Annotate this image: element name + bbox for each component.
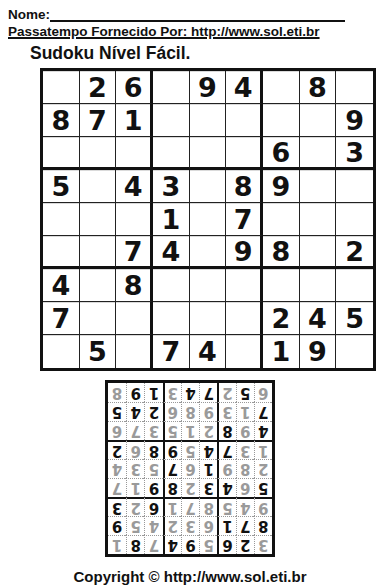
solution-cell: 5	[108, 402, 126, 421]
solution-cell: 5	[236, 383, 254, 402]
solution-cell: 9	[199, 402, 217, 421]
puzzle-cell-given: 8	[263, 236, 300, 269]
solution-cell: 1	[254, 440, 272, 459]
puzzle-cell-given: 8	[300, 71, 337, 104]
puzzle-cell-empty[interactable]	[226, 335, 263, 368]
solution-cell: 4	[199, 440, 217, 459]
solution-cell: 5	[126, 516, 144, 535]
puzzle-cell-empty[interactable]	[263, 269, 300, 302]
solution-cell: 4	[181, 383, 199, 402]
solution-cell: 7	[144, 535, 162, 554]
puzzle-cell-given: 4	[43, 269, 80, 302]
puzzle-cell-empty[interactable]	[190, 203, 227, 236]
solution-cell: 1	[236, 402, 254, 421]
puzzle-cell-empty[interactable]	[43, 137, 80, 170]
puzzle-cell-given: 9	[190, 71, 227, 104]
puzzle-cell-empty[interactable]	[80, 236, 117, 269]
name-blank-line[interactable]	[50, 6, 345, 22]
solution-cell: 3	[108, 497, 126, 516]
puzzle-cell-empty[interactable]	[116, 203, 153, 236]
name-field-row: Nome:	[8, 4, 372, 22]
solution-cell: 2	[144, 402, 162, 421]
puzzle-cell-empty[interactable]	[80, 269, 117, 302]
puzzle-cell-empty[interactable]	[263, 71, 300, 104]
puzzle-cell-empty[interactable]	[190, 236, 227, 269]
solution-cell: 9	[181, 535, 199, 554]
solution-cell: 6	[163, 402, 181, 421]
solution-cell: 7	[108, 478, 126, 497]
puzzle-cell-empty[interactable]	[190, 269, 227, 302]
solution-cell: 8	[181, 402, 199, 421]
solution-section: 3265947818716324599458716235643289172891…	[105, 380, 275, 557]
puzzle-cell-given: 2	[336, 236, 373, 269]
solution-cell: 9	[144, 478, 162, 497]
puzzle-cell-empty[interactable]	[153, 104, 190, 137]
solution-cell: 6	[199, 516, 217, 535]
sudoku-board: 2694887196354389177498248724557419	[40, 68, 376, 371]
solution-cell: 7	[199, 383, 217, 402]
puzzle-cell-empty[interactable]	[153, 269, 190, 302]
solution-cell: 6	[217, 535, 235, 554]
puzzle-cell-empty[interactable]	[116, 302, 153, 335]
solution-cell: 1	[144, 383, 162, 402]
puzzle-cell-given: 9	[263, 170, 300, 203]
puzzle-cell-empty[interactable]	[116, 137, 153, 170]
puzzle-cell-given: 7	[43, 302, 80, 335]
solution-cell: 9	[217, 459, 235, 478]
puzzle-cell-given: 3	[336, 137, 373, 170]
puzzle-cell-given: 3	[153, 170, 190, 203]
solution-cell: 1	[199, 459, 217, 478]
solution-cell: 3	[163, 383, 181, 402]
copyright-line: Copyright © http://www.sol.eti.br	[8, 568, 372, 585]
puzzle-cell-empty[interactable]	[153, 71, 190, 104]
solution-cell: 6	[126, 440, 144, 459]
solution-cell: 7	[254, 402, 272, 421]
puzzle-cell-empty[interactable]	[190, 137, 227, 170]
solution-cell: 3	[181, 516, 199, 535]
solution-cell: 3	[144, 421, 162, 440]
puzzle-cell-empty[interactable]	[300, 269, 337, 302]
puzzle-cell-empty[interactable]	[43, 236, 80, 269]
puzzle-cell-empty[interactable]	[300, 170, 337, 203]
solution-cell: 9	[236, 421, 254, 440]
puzzle-cell-given: 4	[116, 170, 153, 203]
solution-cell: 9	[163, 440, 181, 459]
solution-cell: 5	[254, 478, 272, 497]
solution-cell: 4	[254, 421, 272, 440]
puzzle-cell-empty[interactable]	[43, 335, 80, 368]
puzzle-cell-given: 6	[116, 71, 153, 104]
puzzle-cell-given: 2	[263, 302, 300, 335]
solution-cell: 6	[236, 478, 254, 497]
solution-cell: 2	[199, 421, 217, 440]
puzzle-cell-given: 8	[43, 104, 80, 137]
solution-cell: 7	[236, 516, 254, 535]
solution-cell: 2	[254, 459, 272, 478]
puzzle-cell-given: 1	[263, 335, 300, 368]
solution-cell: 3	[217, 402, 235, 421]
solution-cell: 9	[126, 383, 144, 402]
puzzle-cell-empty[interactable]	[336, 170, 373, 203]
puzzle-cell-given: 4	[226, 71, 263, 104]
puzzle-cell-empty[interactable]	[336, 203, 373, 236]
solution-cell: 6	[144, 497, 162, 516]
puzzle-cell-given: 5	[43, 170, 80, 203]
solution-cell: 5	[199, 535, 217, 554]
solution-cell: 8	[163, 478, 181, 497]
solution-cell: 3	[126, 459, 144, 478]
solution-cell: 1	[217, 516, 235, 535]
puzzle-cell-empty[interactable]	[190, 302, 227, 335]
puzzle-cell-empty[interactable]	[80, 137, 117, 170]
puzzle-cell-given: 9	[226, 236, 263, 269]
solution-cell: 3	[199, 478, 217, 497]
puzzle-cell-given: 6	[263, 137, 300, 170]
solution-cell: 4	[126, 402, 144, 421]
puzzle-cell-empty[interactable]	[80, 170, 117, 203]
puzzle-cell-empty[interactable]	[43, 71, 80, 104]
puzzle-cell-empty[interactable]	[153, 137, 190, 170]
solution-board-upside-down: 3265947818716324599458716235643289172891…	[105, 380, 275, 557]
solution-cell: 3	[254, 535, 272, 554]
puzzle-cell-given: 7	[226, 203, 263, 236]
puzzle-cell-given: 8	[116, 269, 153, 302]
puzzle-cell-empty[interactable]	[190, 104, 227, 137]
puzzle-cell-empty[interactable]	[226, 302, 263, 335]
puzzle-cell-empty[interactable]	[336, 335, 373, 368]
puzzle-cell-given: 7	[116, 236, 153, 269]
solution-cell: 8	[144, 440, 162, 459]
solution-cell: 2	[217, 383, 235, 402]
puzzle-cell-empty[interactable]	[190, 170, 227, 203]
puzzle-cell-empty[interactable]	[43, 203, 80, 236]
puzzle-cell-given: 4	[153, 236, 190, 269]
puzzle-cell-given: 1	[153, 203, 190, 236]
solution-cell: 2	[236, 535, 254, 554]
puzzle-cell-given: 5	[80, 335, 117, 368]
solution-cell: 5	[217, 497, 235, 516]
puzzle-cell-empty[interactable]	[263, 203, 300, 236]
solution-cell: 5	[163, 421, 181, 440]
provider-line: Passatempo Fornecido Por: http://www.sol…	[8, 22, 372, 41]
puzzle-cell-given: 9	[336, 104, 373, 137]
puzzle-cell-empty[interactable]	[336, 269, 373, 302]
solution-cell: 8	[254, 516, 272, 535]
solution-cell: 5	[181, 440, 199, 459]
solution-cell: 4	[217, 478, 235, 497]
name-label: Nome:	[8, 7, 50, 22]
solution-cell: 1	[126, 478, 144, 497]
puzzle-cell-empty[interactable]	[300, 203, 337, 236]
solution-cell: 2	[108, 440, 126, 459]
puzzle-cell-empty[interactable]	[153, 302, 190, 335]
puzzle-cell-given: 4	[190, 335, 227, 368]
page-title: Sudoku Nível Fácil.	[30, 41, 372, 65]
puzzle-cell-empty[interactable]	[80, 302, 117, 335]
solution-cell: 8	[126, 535, 144, 554]
solution-cell: 4	[144, 516, 162, 535]
solution-cell: 4	[236, 497, 254, 516]
puzzle-cell-given: 5	[336, 302, 373, 335]
solution-cell: 8	[199, 497, 217, 516]
puzzle-cell-given: 4	[300, 302, 337, 335]
solution-cell: 5	[144, 459, 162, 478]
solution-cell: 8	[108, 383, 126, 402]
solution-cell: 9	[108, 516, 126, 535]
solution-cell: 2	[181, 478, 199, 497]
puzzle-cell-empty[interactable]	[116, 335, 153, 368]
puzzle-cell-given: 8	[226, 170, 263, 203]
puzzle-cell-empty[interactable]	[226, 269, 263, 302]
solution-cell: 2	[163, 516, 181, 535]
solution-cell: 8	[236, 459, 254, 478]
puzzle-cell-empty[interactable]	[300, 236, 337, 269]
solution-cell: 1	[108, 535, 126, 554]
solution-cell: 7	[181, 497, 199, 516]
puzzle-cell-given: 9	[300, 335, 337, 368]
solution-cell: 3	[236, 440, 254, 459]
solution-cell: 7	[163, 459, 181, 478]
solution-cell: 7	[126, 421, 144, 440]
solution-cell: 9	[254, 497, 272, 516]
puzzle-cell-given: 2	[80, 71, 117, 104]
solution-cell: 4	[108, 459, 126, 478]
puzzle-cell-empty[interactable]	[300, 137, 337, 170]
solution-cell: 6	[254, 383, 272, 402]
solution-cell: 2	[126, 497, 144, 516]
solution-cell: 6	[181, 459, 199, 478]
puzzle-cell-given: 1	[116, 104, 153, 137]
solution-cell: 4	[163, 535, 181, 554]
solution-cell: 1	[163, 497, 181, 516]
puzzle-cell-empty[interactable]	[226, 104, 263, 137]
puzzle-cell-empty[interactable]	[226, 137, 263, 170]
puzzle-cell-given: 7	[153, 335, 190, 368]
printable-sudoku-page: Nome: Passatempo Fornecido Por: http://w…	[0, 0, 380, 585]
puzzle-cell-empty[interactable]	[80, 203, 117, 236]
solution-cell: 1	[181, 421, 199, 440]
solution-cell: 8	[217, 421, 235, 440]
solution-cell: 7	[217, 440, 235, 459]
puzzle-cell-empty[interactable]	[336, 71, 373, 104]
puzzle-cell-given: 7	[80, 104, 117, 137]
puzzle-cell-empty[interactable]	[300, 104, 337, 137]
solution-cell: 6	[108, 421, 126, 440]
puzzle-cell-empty[interactable]	[263, 104, 300, 137]
